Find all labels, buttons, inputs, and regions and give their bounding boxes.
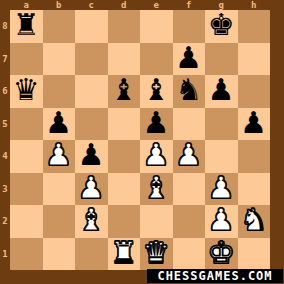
white-king: ♚: [208, 238, 235, 268]
square-a3: [10, 173, 43, 206]
rank-label-2: 2: [0, 205, 10, 238]
square-a2: [10, 205, 43, 238]
black-rook: ♜: [13, 10, 40, 40]
rank-label-6: 6: [0, 75, 10, 108]
square-d2: [108, 205, 141, 238]
file-label-f: f: [173, 0, 206, 10]
white-pawn: ♟: [143, 140, 170, 170]
square-c8: [75, 10, 108, 43]
black-knight: ♞: [175, 75, 202, 105]
chess-diagram: abcdefgh 87654321 ♜♚♟♛♝♝♞♟♟♟♟♟♟♟♟♟♝♟♝♟♞♜…: [0, 0, 284, 284]
square-c3: ♟: [75, 173, 108, 206]
black-pawn: ♟: [175, 43, 202, 73]
square-h5: ♟: [238, 108, 271, 141]
black-pawn: ♟: [208, 75, 235, 105]
white-rook: ♜: [110, 238, 137, 268]
square-b6: [43, 75, 76, 108]
square-b7: [43, 43, 76, 76]
square-d8: [108, 10, 141, 43]
white-bishop: ♝: [78, 205, 105, 235]
square-c6: [75, 75, 108, 108]
square-c2: ♝: [75, 205, 108, 238]
square-e2: [140, 205, 173, 238]
rank-label-5: 5: [0, 108, 10, 141]
square-a6: ♛: [10, 75, 43, 108]
square-f2: [173, 205, 206, 238]
file-label-h: h: [238, 0, 271, 10]
square-f7: ♟: [173, 43, 206, 76]
square-f3: [173, 173, 206, 206]
square-d3: [108, 173, 141, 206]
white-pawn: ♟: [208, 173, 235, 203]
white-bishop: ♝: [143, 173, 170, 203]
square-e8: [140, 10, 173, 43]
square-h6: [238, 75, 271, 108]
square-a4: [10, 140, 43, 173]
square-e7: [140, 43, 173, 76]
square-d5: [108, 108, 141, 141]
rank-label-8: 8: [0, 10, 10, 43]
file-label-c: c: [75, 0, 108, 10]
square-g5: [205, 108, 238, 141]
square-b3: [43, 173, 76, 206]
square-b1: [43, 238, 76, 271]
square-a1: [10, 238, 43, 271]
file-label-e: e: [140, 0, 173, 10]
black-queen: ♛: [13, 75, 40, 105]
square-b8: [43, 10, 76, 43]
square-f5: [173, 108, 206, 141]
square-g4: [205, 140, 238, 173]
square-g8: ♚: [205, 10, 238, 43]
square-c4: ♟: [75, 140, 108, 173]
square-h8: [238, 10, 271, 43]
rank-labels: 87654321: [0, 10, 10, 270]
rank-label-3: 3: [0, 173, 10, 206]
square-g1: ♚: [205, 238, 238, 271]
black-bishop: ♝: [110, 75, 137, 105]
file-label-d: d: [108, 0, 141, 10]
square-e4: ♟: [140, 140, 173, 173]
square-f1: [173, 238, 206, 271]
square-h1: [238, 238, 271, 271]
branding-label: CHESSGAMES.COM: [147, 269, 283, 283]
black-pawn: ♟: [143, 108, 170, 138]
square-e3: ♝: [140, 173, 173, 206]
square-h4: [238, 140, 271, 173]
black-bishop: ♝: [143, 75, 170, 105]
square-a5: [10, 108, 43, 141]
square-f6: ♞: [173, 75, 206, 108]
black-pawn: ♟: [240, 108, 267, 138]
white-pawn: ♟: [45, 140, 72, 170]
square-c1: [75, 238, 108, 271]
square-h7: [238, 43, 271, 76]
rank-label-7: 7: [0, 43, 10, 76]
square-b5: ♟: [43, 108, 76, 141]
board: ♜♚♟♛♝♝♞♟♟♟♟♟♟♟♟♟♝♟♝♟♞♜♛♚: [10, 10, 270, 270]
rank-label-4: 4: [0, 140, 10, 173]
square-a7: [10, 43, 43, 76]
rank-label-1: 1: [0, 238, 10, 271]
square-g3: ♟: [205, 173, 238, 206]
square-b4: ♟: [43, 140, 76, 173]
square-c5: [75, 108, 108, 141]
square-d7: [108, 43, 141, 76]
square-g7: [205, 43, 238, 76]
square-h3: [238, 173, 271, 206]
square-e1: ♛: [140, 238, 173, 271]
square-d6: ♝: [108, 75, 141, 108]
file-label-b: b: [43, 0, 76, 10]
square-f4: ♟: [173, 140, 206, 173]
square-g2: ♟: [205, 205, 238, 238]
white-pawn: ♟: [208, 205, 235, 235]
square-a8: ♜: [10, 10, 43, 43]
square-e6: ♝: [140, 75, 173, 108]
white-queen: ♛: [143, 238, 170, 268]
square-g6: ♟: [205, 75, 238, 108]
white-pawn: ♟: [175, 140, 202, 170]
square-f8: [173, 10, 206, 43]
square-d4: [108, 140, 141, 173]
square-b2: [43, 205, 76, 238]
square-h2: ♞: [238, 205, 271, 238]
square-c7: [75, 43, 108, 76]
square-d1: ♜: [108, 238, 141, 271]
white-pawn: ♟: [78, 173, 105, 203]
black-king: ♚: [208, 10, 235, 40]
black-pawn: ♟: [45, 108, 72, 138]
square-e5: ♟: [140, 108, 173, 141]
black-pawn: ♟: [78, 140, 105, 170]
white-knight: ♞: [240, 205, 267, 235]
